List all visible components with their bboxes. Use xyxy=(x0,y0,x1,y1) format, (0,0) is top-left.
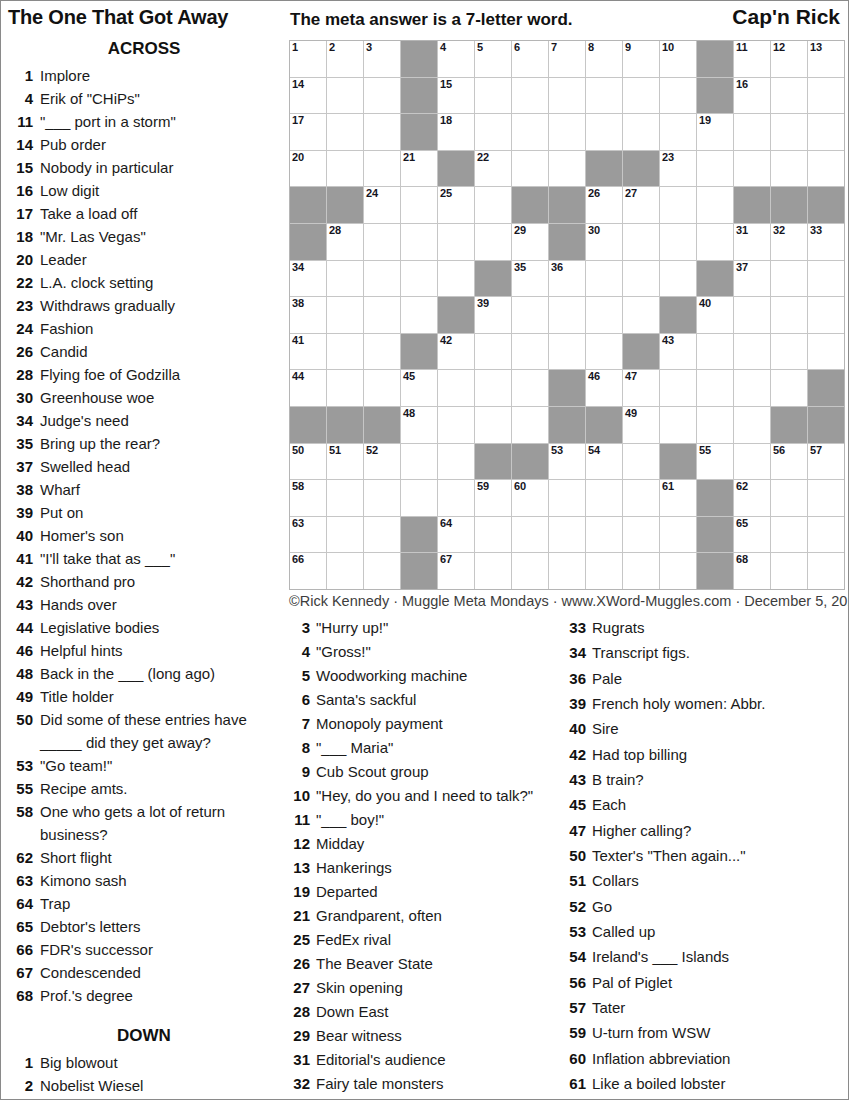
grid-cell[interactable]: 62 xyxy=(734,480,770,516)
grid-cell[interactable] xyxy=(475,114,511,150)
clue-text: Bring up the rear? xyxy=(40,432,160,455)
clue-item: 35Bring up the rear? xyxy=(8,432,286,455)
clue-text: Did some of these entries have _____ did… xyxy=(40,708,286,754)
grid-cell[interactable] xyxy=(512,297,548,333)
clue-item: 16Low digit xyxy=(8,179,286,202)
grid-cell[interactable] xyxy=(364,261,400,297)
cell-number: 5 xyxy=(477,42,483,53)
clue-item: 49Title holder xyxy=(8,685,286,708)
grid-cell[interactable] xyxy=(512,78,548,114)
grid-cell[interactable] xyxy=(364,334,400,370)
grid-cell[interactable] xyxy=(475,517,511,553)
grid-cell[interactable]: 59 xyxy=(475,480,511,516)
clue-item: 50Texter's "Then again..." xyxy=(563,847,847,865)
grid-cell[interactable] xyxy=(586,78,622,114)
clue-item: 40Sire xyxy=(563,720,847,738)
grid-cell-block xyxy=(660,444,696,480)
grid-cell[interactable]: 34 xyxy=(290,261,326,297)
clue-text: Shorthand pro xyxy=(40,570,135,593)
grid-cell[interactable]: 15 xyxy=(438,78,474,114)
clue-text: "Go team!" xyxy=(40,754,112,777)
cell-number: 54 xyxy=(588,445,600,456)
grid-cell[interactable]: 66 xyxy=(290,553,326,589)
grid-cell[interactable] xyxy=(549,151,585,187)
grid-cell[interactable] xyxy=(697,334,733,370)
grid-cell[interactable] xyxy=(771,297,807,333)
grid-cell-block xyxy=(327,407,363,443)
grid-cell[interactable] xyxy=(364,151,400,187)
grid-cell[interactable] xyxy=(549,517,585,553)
clue-item: 18"Mr. Las Vegas" xyxy=(8,225,286,248)
clue-text: Higher calling? xyxy=(592,822,691,840)
grid-cell[interactable] xyxy=(512,151,548,187)
grid-cell[interactable]: 20 xyxy=(290,151,326,187)
cell-number: 1 xyxy=(292,42,298,53)
clue-number: 36 xyxy=(563,670,586,688)
grid-cell[interactable] xyxy=(327,334,363,370)
grid-cell[interactable]: 21 xyxy=(401,151,437,187)
clue-item: 46Helpful hints xyxy=(8,639,286,662)
grid-cell[interactable]: 33 xyxy=(808,224,844,260)
grid-cell[interactable]: 2 xyxy=(327,41,363,77)
grid-cell[interactable]: 60 xyxy=(512,480,548,516)
clue-number: 8 xyxy=(289,739,310,757)
clue-text: Prof.'s degree xyxy=(40,984,133,1007)
grid-cell[interactable]: 57 xyxy=(808,444,844,480)
grid-cell[interactable]: 55 xyxy=(697,444,733,480)
grid-cell[interactable] xyxy=(734,297,770,333)
grid-cell[interactable] xyxy=(623,517,659,553)
grid-cell[interactable] xyxy=(660,517,696,553)
clue-item: 66FDR's successor xyxy=(8,938,286,961)
grid-cell[interactable] xyxy=(438,224,474,260)
grid-cell[interactable]: 52 xyxy=(364,444,400,480)
grid-cell[interactable]: 6 xyxy=(512,41,548,77)
grid-cell[interactable] xyxy=(438,480,474,516)
clue-item: 60Inflation abbreviation xyxy=(563,1050,847,1068)
clue-number: 26 xyxy=(289,955,310,973)
grid-cell[interactable] xyxy=(364,78,400,114)
cell-number: 11 xyxy=(736,42,748,53)
grid-cell[interactable] xyxy=(586,553,622,589)
grid-cell[interactable] xyxy=(808,297,844,333)
grid-cell[interactable]: 29 xyxy=(512,224,548,260)
grid-cell[interactable]: 27 xyxy=(623,187,659,223)
cell-number: 27 xyxy=(625,188,637,199)
grid-cell[interactable] xyxy=(475,553,511,589)
cell-number: 56 xyxy=(773,445,785,456)
cell-number: 19 xyxy=(699,115,711,126)
grid-cell-block xyxy=(697,41,733,77)
grid-cell[interactable]: 35 xyxy=(512,261,548,297)
grid-cell[interactable]: 47 xyxy=(623,370,659,406)
clue-number: 34 xyxy=(563,644,586,662)
across-header: ACROSS xyxy=(1,39,287,59)
clue-number: 28 xyxy=(289,1003,310,1021)
clue-number: 4 xyxy=(289,643,310,661)
grid-cell[interactable]: 14 xyxy=(290,78,326,114)
grid-cell[interactable] xyxy=(401,187,437,223)
grid-cell[interactable] xyxy=(327,297,363,333)
grid-cell[interactable] xyxy=(660,114,696,150)
grid-cell[interactable] xyxy=(364,480,400,516)
grid-cell[interactable] xyxy=(512,370,548,406)
grid-cell[interactable] xyxy=(734,370,770,406)
grid-cell[interactable] xyxy=(623,78,659,114)
grid-cell[interactable]: 23 xyxy=(660,151,696,187)
grid-cell[interactable] xyxy=(808,334,844,370)
grid-cell[interactable]: 25 xyxy=(438,187,474,223)
grid-cell[interactable] xyxy=(660,78,696,114)
grid-cell[interactable] xyxy=(327,517,363,553)
grid-cell[interactable]: 43 xyxy=(660,334,696,370)
grid-cell[interactable]: 54 xyxy=(586,444,622,480)
grid-cell[interactable] xyxy=(364,553,400,589)
grid-cell[interactable] xyxy=(586,297,622,333)
grid-cell[interactable] xyxy=(697,187,733,223)
cell-number: 22 xyxy=(477,152,489,163)
grid-cell-block xyxy=(549,224,585,260)
grid-cell[interactable] xyxy=(660,224,696,260)
clue-text: Had top billing xyxy=(592,746,687,764)
grid-cell[interactable]: 22 xyxy=(475,151,511,187)
grid-cell[interactable] xyxy=(771,151,807,187)
grid-cell[interactable] xyxy=(771,517,807,553)
grid-cell[interactable]: 49 xyxy=(623,407,659,443)
grid-cell[interactable] xyxy=(623,114,659,150)
grid-cell[interactable] xyxy=(364,370,400,406)
grid-cell[interactable] xyxy=(808,114,844,150)
cell-number: 50 xyxy=(292,445,304,456)
grid-cell[interactable]: 32 xyxy=(771,224,807,260)
grid-cell[interactable] xyxy=(808,78,844,114)
grid-cell[interactable]: 51 xyxy=(327,444,363,480)
cell-number: 35 xyxy=(514,262,526,273)
grid-cell[interactable] xyxy=(623,553,659,589)
grid-cell[interactable]: 41 xyxy=(290,334,326,370)
grid-cell[interactable] xyxy=(586,261,622,297)
grid-cell-block xyxy=(290,224,326,260)
clue-item: 53"Go team!" xyxy=(8,754,286,777)
grid-cell[interactable] xyxy=(438,407,474,443)
grid-cell[interactable]: 11 xyxy=(734,41,770,77)
grid-cell[interactable] xyxy=(808,480,844,516)
grid-cell[interactable] xyxy=(771,334,807,370)
cell-number: 29 xyxy=(514,225,526,236)
clue-number: 25 xyxy=(289,931,310,949)
clue-number: 34 xyxy=(8,409,33,432)
grid-cell[interactable] xyxy=(734,151,770,187)
grid-cell[interactable] xyxy=(438,261,474,297)
clue-number: 44 xyxy=(8,616,33,639)
grid-cell[interactable] xyxy=(364,517,400,553)
grid-cell[interactable] xyxy=(734,444,770,480)
grid-cell[interactable] xyxy=(660,370,696,406)
grid-cell-block xyxy=(512,444,548,480)
clue-number: 33 xyxy=(563,619,586,637)
clue-number: 56 xyxy=(563,974,586,992)
grid-cell[interactable] xyxy=(512,114,548,150)
grid-cell[interactable] xyxy=(438,444,474,480)
clue-number: 67 xyxy=(8,961,33,984)
grid-cell[interactable] xyxy=(549,114,585,150)
grid-cell[interactable]: 63 xyxy=(290,517,326,553)
grid-cell[interactable]: 38 xyxy=(290,297,326,333)
grid-cell[interactable] xyxy=(808,151,844,187)
clue-number: 12 xyxy=(289,835,310,853)
grid-cell[interactable]: 17 xyxy=(290,114,326,150)
clue-item: 54Ireland's ___ Islands xyxy=(563,948,847,966)
grid-cell[interactable] xyxy=(697,224,733,260)
grid-cell[interactable] xyxy=(808,553,844,589)
clue-number: 11 xyxy=(289,811,310,829)
clue-text: Leader xyxy=(40,248,87,271)
grid-cell-block xyxy=(475,261,511,297)
grid-cell[interactable] xyxy=(734,334,770,370)
grid-cell[interactable] xyxy=(438,370,474,406)
grid-cell[interactable] xyxy=(660,261,696,297)
grid-cell[interactable] xyxy=(364,224,400,260)
grid-cell[interactable]: 1 xyxy=(290,41,326,77)
clue-number: 5 xyxy=(289,667,310,685)
grid-cell-block xyxy=(290,407,326,443)
grid-cell[interactable] xyxy=(808,261,844,297)
grid-cell[interactable]: 26 xyxy=(586,187,622,223)
cell-number: 65 xyxy=(736,518,748,529)
clue-text: Cub Scout group xyxy=(316,763,429,781)
grid-cell[interactable]: 68 xyxy=(734,553,770,589)
grid-cell[interactable] xyxy=(327,114,363,150)
cell-number: 40 xyxy=(699,298,711,309)
clue-number: 39 xyxy=(563,695,586,713)
clue-number: 62 xyxy=(8,846,33,869)
grid-cell[interactable] xyxy=(623,297,659,333)
grid-cell-block xyxy=(697,480,733,516)
grid-cell[interactable] xyxy=(734,114,770,150)
clue-text: Big blowout xyxy=(40,1051,118,1074)
grid-cell[interactable] xyxy=(327,78,363,114)
grid-cell[interactable]: 5 xyxy=(475,41,511,77)
grid-cell[interactable] xyxy=(771,553,807,589)
grid-cell[interactable] xyxy=(475,78,511,114)
clue-number: 17 xyxy=(8,202,33,225)
grid-cell[interactable] xyxy=(475,370,511,406)
cell-number: 31 xyxy=(736,225,748,236)
grid-cell[interactable]: 39 xyxy=(475,297,511,333)
grid-cell[interactable] xyxy=(327,261,363,297)
grid-cell[interactable]: 44 xyxy=(290,370,326,406)
clue-text: "___ port in a storm" xyxy=(40,110,176,133)
grid-cell[interactable] xyxy=(697,407,733,443)
grid-cell[interactable]: 19 xyxy=(697,114,733,150)
clue-text: Inflation abbreviation xyxy=(592,1050,730,1068)
cell-number: 59 xyxy=(477,481,489,492)
grid-cell[interactable] xyxy=(364,297,400,333)
grid-cell[interactable] xyxy=(660,407,696,443)
grid-cell[interactable] xyxy=(401,261,437,297)
grid-cell[interactable]: 50 xyxy=(290,444,326,480)
grid-cell-block xyxy=(401,334,437,370)
grid-cell[interactable] xyxy=(327,370,363,406)
grid-cell[interactable]: 3 xyxy=(364,41,400,77)
cell-number: 10 xyxy=(662,42,674,53)
clue-item: 32Fairy tale monsters xyxy=(289,1075,565,1093)
grid-cell[interactable]: 64 xyxy=(438,517,474,553)
grid-cell[interactable] xyxy=(697,370,733,406)
clue-item: 1Big blowout xyxy=(8,1051,286,1074)
clue-number: 29 xyxy=(289,1027,310,1045)
grid-cell[interactable] xyxy=(549,334,585,370)
grid-cell[interactable] xyxy=(623,480,659,516)
clue-item: 28Flying foe of Godzilla xyxy=(8,363,286,386)
grid-cell-block xyxy=(660,297,696,333)
grid-cell-block xyxy=(586,407,622,443)
grid-cell[interactable] xyxy=(475,187,511,223)
grid-cell[interactable]: 16 xyxy=(734,78,770,114)
grid-cell[interactable]: 61 xyxy=(660,480,696,516)
crossword-puzzle-page: The One That Got Away The meta answer is… xyxy=(0,0,849,1100)
grid-cell[interactable]: 37 xyxy=(734,261,770,297)
grid-cell[interactable] xyxy=(623,224,659,260)
clue-text: Down East xyxy=(316,1003,389,1021)
grid-cell[interactable] xyxy=(697,151,733,187)
grid-cell[interactable] xyxy=(771,114,807,150)
down-clue-list-left: 1Big blowout2Nobelist Wiesel xyxy=(8,1051,286,1097)
grid-cell[interactable]: 30 xyxy=(586,224,622,260)
grid-cell[interactable]: 7 xyxy=(549,41,585,77)
grid-cell[interactable] xyxy=(401,297,437,333)
grid-cell[interactable] xyxy=(512,553,548,589)
puzzle-title: The One That Got Away xyxy=(8,6,228,29)
grid-cell[interactable] xyxy=(771,78,807,114)
cell-number: 33 xyxy=(810,225,822,236)
grid-cell[interactable]: 8 xyxy=(586,41,622,77)
grid-cell[interactable]: 65 xyxy=(734,517,770,553)
grid-cell[interactable]: 18 xyxy=(438,114,474,150)
grid-cell[interactable] xyxy=(549,553,585,589)
grid-cell[interactable]: 48 xyxy=(401,407,437,443)
clue-number: 26 xyxy=(8,340,33,363)
grid-cell-block xyxy=(734,187,770,223)
grid-cell[interactable] xyxy=(327,151,363,187)
grid-cell[interactable] xyxy=(475,407,511,443)
cell-number: 53 xyxy=(551,445,563,456)
grid-cell[interactable] xyxy=(549,78,585,114)
grid-cell[interactable] xyxy=(364,114,400,150)
grid-cell[interactable] xyxy=(401,224,437,260)
clue-item: 65Debtor's letters xyxy=(8,915,286,938)
clue-text: The Beaver State xyxy=(316,955,433,973)
grid-cell[interactable] xyxy=(771,480,807,516)
grid-cell[interactable] xyxy=(401,444,437,480)
cell-number: 14 xyxy=(292,79,304,90)
grid-cell[interactable] xyxy=(586,480,622,516)
clue-number: 48 xyxy=(8,662,33,685)
clue-number: 47 xyxy=(563,822,586,840)
grid-cell[interactable]: 28 xyxy=(327,224,363,260)
grid-cell-block xyxy=(697,78,733,114)
clue-item: 59U-turn from WSW xyxy=(563,1024,847,1042)
clue-number: 11 xyxy=(8,110,33,133)
grid-cell[interactable] xyxy=(586,517,622,553)
grid-cell[interactable]: 53 xyxy=(549,444,585,480)
grid-cell[interactable] xyxy=(549,480,585,516)
grid-cell[interactable] xyxy=(401,480,437,516)
grid-cell[interactable]: 45 xyxy=(401,370,437,406)
clue-item: 11"___ port in a storm" xyxy=(8,110,286,133)
clue-item: 25FedEx rival xyxy=(289,931,565,949)
grid-cell[interactable]: 58 xyxy=(290,480,326,516)
cell-number: 17 xyxy=(292,115,304,126)
grid-cell[interactable] xyxy=(734,407,770,443)
clue-text: Collars xyxy=(592,872,639,890)
cell-number: 55 xyxy=(699,445,711,456)
cell-number: 39 xyxy=(477,298,489,309)
grid-cell[interactable]: 9 xyxy=(623,41,659,77)
clue-number: 53 xyxy=(563,923,586,941)
clue-number: 43 xyxy=(563,771,586,789)
grid-cell[interactable] xyxy=(475,224,511,260)
grid-cell[interactable] xyxy=(808,517,844,553)
clue-item: 28Down East xyxy=(289,1003,565,1021)
grid-cell[interactable] xyxy=(660,553,696,589)
grid-cell[interactable]: 4 xyxy=(438,41,474,77)
grid-cell-block xyxy=(290,187,326,223)
clue-number: 32 xyxy=(289,1075,310,1093)
grid-cell[interactable]: 67 xyxy=(438,553,474,589)
grid-cell[interactable] xyxy=(475,334,511,370)
clue-item: 8"___ Maria" xyxy=(289,739,565,757)
grid-cell[interactable] xyxy=(660,187,696,223)
grid-cell[interactable] xyxy=(623,261,659,297)
grid-cell[interactable]: 31 xyxy=(734,224,770,260)
grid-cell[interactable] xyxy=(771,370,807,406)
grid-cell[interactable] xyxy=(586,114,622,150)
clue-number: 16 xyxy=(8,179,33,202)
grid-cell[interactable] xyxy=(327,480,363,516)
grid-cell[interactable]: 36 xyxy=(549,261,585,297)
grid-cell-block xyxy=(697,517,733,553)
grid-cell[interactable] xyxy=(549,297,585,333)
cell-number: 28 xyxy=(329,225,341,236)
grid-cell[interactable] xyxy=(586,334,622,370)
grid-cell[interactable]: 40 xyxy=(697,297,733,333)
clue-item: 19Departed xyxy=(289,883,565,901)
grid-cell[interactable]: 56 xyxy=(771,444,807,480)
grid-cell[interactable]: 42 xyxy=(438,334,474,370)
grid-cell-block xyxy=(364,407,400,443)
clue-text: U-turn from WSW xyxy=(592,1024,710,1042)
grid-cell[interactable]: 24 xyxy=(364,187,400,223)
grid-cell[interactable] xyxy=(512,407,548,443)
grid-cell[interactable] xyxy=(623,444,659,480)
grid-cell[interactable] xyxy=(512,334,548,370)
meta-answer-note: The meta answer is a 7-letter word. xyxy=(290,10,572,30)
grid-cell[interactable]: 12 xyxy=(771,41,807,77)
grid-cell[interactable] xyxy=(771,261,807,297)
clue-item: 56Pal of Piglet xyxy=(563,974,847,992)
clue-item: 63Kimono sash xyxy=(8,869,286,892)
grid-cell[interactable]: 13 xyxy=(808,41,844,77)
clue-item: 27Skin opening xyxy=(289,979,565,997)
grid-cell[interactable]: 10 xyxy=(660,41,696,77)
clue-text: Texter's "Then again..." xyxy=(592,847,746,865)
grid-cell[interactable] xyxy=(512,517,548,553)
grid-cell[interactable]: 46 xyxy=(586,370,622,406)
clue-text: Midday xyxy=(316,835,364,853)
grid-cell[interactable] xyxy=(327,553,363,589)
clue-text: One who gets a lot of return business? xyxy=(40,800,286,846)
